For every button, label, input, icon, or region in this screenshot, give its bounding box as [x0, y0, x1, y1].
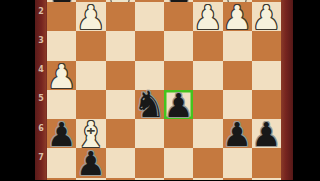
square-c6[interactable]	[193, 119, 222, 148]
square-h6[interactable]: ♟	[47, 119, 76, 148]
black-pawn-a6[interactable]: ♟	[252, 118, 281, 151]
square-a7[interactable]	[252, 148, 281, 177]
white-pawn-h4[interactable]: ♟	[47, 60, 76, 93]
square-g2[interactable]: ♟	[76, 2, 105, 31]
square-d3[interactable]	[164, 31, 193, 60]
board-grid: ♟♟♟♟♟♞♟♟♝♟♟♟	[47, 0, 281, 180]
square-g4[interactable]	[76, 61, 105, 90]
square-b6[interactable]: ♟	[223, 119, 252, 148]
square-e5[interactable]: ♞	[135, 90, 164, 119]
black-pawn-d5[interactable]: ♟	[164, 89, 194, 122]
square-f6[interactable]	[106, 119, 135, 148]
white-pawn-a2[interactable]: ♟	[252, 1, 281, 34]
square-e3[interactable]	[135, 31, 164, 60]
square-b8[interactable]	[223, 178, 252, 181]
rank-label-6: 6	[35, 123, 47, 134]
square-a8[interactable]	[252, 178, 281, 181]
black-pawn-g7[interactable]: ♟	[76, 147, 106, 180]
square-h2[interactable]	[47, 2, 76, 31]
board-left-border: 12345678	[35, 0, 47, 180]
rank-label-3: 3	[35, 35, 47, 46]
square-a4[interactable]	[252, 61, 281, 90]
white-pawn-b2[interactable]: ♟	[222, 1, 252, 34]
square-c8[interactable]	[193, 178, 222, 181]
square-a2[interactable]: ♟	[252, 2, 281, 31]
square-c7[interactable]	[193, 148, 222, 177]
board-viewport: ♟♟♟♟♟♞♟♟♝♟♟♟	[47, 0, 281, 180]
square-f5[interactable]	[106, 90, 135, 119]
square-e6[interactable]	[135, 119, 164, 148]
square-c3[interactable]	[193, 31, 222, 60]
square-b2[interactable]: ♟	[223, 2, 252, 31]
square-e8[interactable]	[135, 178, 164, 181]
square-c2[interactable]: ♟	[193, 2, 222, 31]
white-pawn-c2[interactable]: ♟	[193, 1, 223, 34]
square-a6[interactable]: ♟	[252, 119, 281, 148]
black-knight-e5[interactable]: ♞	[133, 87, 165, 123]
square-g8[interactable]	[76, 178, 105, 181]
chess-app-screenshot: 12345678 ♟♟♟♟♟♞♟♟♝♟♟♟	[0, 0, 320, 180]
rank-label-2: 2	[35, 6, 47, 17]
square-f4[interactable]	[106, 61, 135, 90]
black-pawn-h6[interactable]: ♟	[47, 118, 76, 151]
square-d2[interactable]	[164, 2, 193, 31]
square-d6[interactable]	[164, 119, 193, 148]
square-h8[interactable]	[47, 178, 76, 181]
square-b4[interactable]	[223, 61, 252, 90]
square-b7[interactable]	[223, 148, 252, 177]
square-d5[interactable]: ♟	[164, 90, 193, 119]
rank-label-7: 7	[35, 152, 47, 163]
square-d7[interactable]	[164, 148, 193, 177]
square-h7[interactable]	[47, 148, 76, 177]
square-c4[interactable]	[193, 61, 222, 90]
square-f8[interactable]	[106, 178, 135, 181]
square-d8[interactable]	[164, 178, 193, 181]
square-e7[interactable]	[135, 148, 164, 177]
chess-board: 12345678 ♟♟♟♟♟♞♟♟♝♟♟♟	[35, 0, 293, 180]
square-g3[interactable]	[76, 31, 105, 60]
rank-label-5: 5	[35, 93, 47, 104]
board-right-border	[281, 0, 293, 180]
square-a3[interactable]	[252, 31, 281, 60]
square-f7[interactable]	[106, 148, 135, 177]
black-pawn-b6[interactable]: ♟	[222, 118, 252, 151]
square-g7[interactable]: ♟	[76, 148, 105, 177]
square-f2[interactable]	[106, 2, 135, 31]
square-f3[interactable]	[106, 31, 135, 60]
white-pawn-g2[interactable]: ♟	[76, 1, 106, 34]
square-c5[interactable]	[193, 90, 222, 119]
square-b3[interactable]	[223, 31, 252, 60]
square-e2[interactable]	[135, 2, 164, 31]
rank-label-4: 4	[35, 64, 47, 75]
square-h4[interactable]: ♟	[47, 61, 76, 90]
